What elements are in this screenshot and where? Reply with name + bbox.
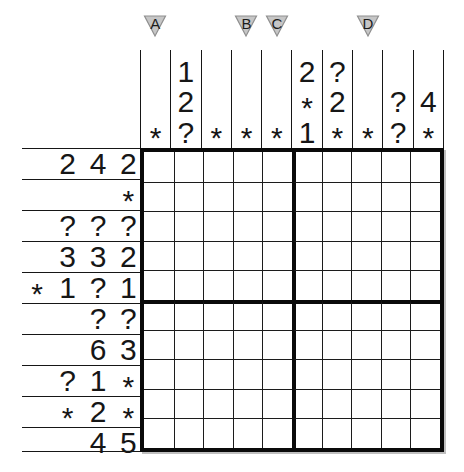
cell-r4c3[interactable] bbox=[203, 241, 233, 271]
cell-r7c10[interactable] bbox=[410, 330, 440, 360]
row-clue-r5-4: 1 bbox=[120, 273, 137, 303]
cell-r1c8[interactable] bbox=[351, 152, 381, 182]
cell-r4c4[interactable] bbox=[233, 241, 263, 271]
col-clue-c2-2: 2 bbox=[178, 87, 195, 117]
cell-r9c5[interactable] bbox=[262, 389, 292, 419]
row-clue-r1-1: 2 bbox=[59, 149, 76, 179]
cell-r10c8[interactable] bbox=[351, 418, 381, 448]
marker-C: C bbox=[265, 14, 289, 38]
row-clue-r8-1: ? bbox=[59, 366, 76, 396]
row-clue-r7-2: 3 bbox=[120, 335, 137, 365]
cell-r8c7[interactable] bbox=[322, 359, 352, 389]
col-clue-c2-3: ? bbox=[178, 118, 195, 148]
cell-r3c6[interactable] bbox=[292, 211, 322, 241]
cell-r8c6[interactable] bbox=[292, 359, 322, 389]
cell-r6c9[interactable] bbox=[381, 300, 411, 330]
cell-r5c1[interactable] bbox=[144, 270, 174, 300]
cell-r6c8[interactable] bbox=[351, 300, 381, 330]
cell-r7c5[interactable] bbox=[262, 330, 292, 360]
cell-r5c3[interactable] bbox=[203, 270, 233, 300]
col-clue-column-6: 2*1 bbox=[291, 50, 321, 148]
col-clue-c2-1: 1 bbox=[178, 57, 195, 87]
nonogram-puzzle: ABCD *12?***2*1?2**??4* 242*???332*1?1??… bbox=[0, 0, 464, 472]
cell-r9c6[interactable] bbox=[292, 389, 322, 419]
cell-r4c1[interactable] bbox=[144, 241, 174, 271]
cell-r1c9[interactable] bbox=[381, 152, 411, 182]
cell-r3c10[interactable] bbox=[410, 211, 440, 241]
marker-label: A bbox=[143, 15, 167, 32]
cell-r3c7[interactable] bbox=[322, 211, 352, 241]
row-clue-r9-1: * bbox=[62, 403, 74, 433]
marker-A: A bbox=[143, 14, 167, 38]
cell-r10c7[interactable] bbox=[322, 418, 352, 448]
row-clue-r9-2: 2 bbox=[90, 397, 107, 427]
row-clue-r8-2: 1 bbox=[90, 366, 107, 396]
cell-r9c7[interactable] bbox=[322, 389, 352, 419]
cell-r7c1[interactable] bbox=[144, 330, 174, 360]
cell-r6c4[interactable] bbox=[233, 300, 263, 330]
cell-r7c7[interactable] bbox=[322, 330, 352, 360]
cell-r4c5[interactable] bbox=[262, 241, 292, 271]
cell-r1c1[interactable] bbox=[144, 152, 174, 182]
row-clue-r5-2: 1 bbox=[59, 273, 76, 303]
row-clue-r1-2: 4 bbox=[90, 149, 107, 179]
col-clue-column-4: * bbox=[231, 50, 261, 148]
col-clue-c9-1: ? bbox=[390, 87, 407, 117]
cell-r6c10[interactable] bbox=[410, 300, 440, 330]
cell-r4c6[interactable] bbox=[292, 241, 322, 271]
cell-r6c1[interactable] bbox=[144, 300, 174, 330]
row-clues: 242*???332*1?1??63?1**2*45 bbox=[22, 148, 140, 452]
cell-r2c3[interactable] bbox=[203, 182, 233, 212]
cell-r3c2[interactable] bbox=[174, 211, 204, 241]
row-clue-r4-1: 3 bbox=[59, 242, 76, 272]
cell-r10c9[interactable] bbox=[381, 418, 411, 448]
col-clue-column-10: 4* bbox=[413, 50, 443, 148]
cell-r8c3[interactable] bbox=[203, 359, 233, 389]
cell-r7c8[interactable] bbox=[351, 330, 381, 360]
marker-label: B bbox=[234, 15, 258, 32]
cell-r5c6[interactable] bbox=[292, 270, 322, 300]
row-clue-r5-3: ? bbox=[90, 273, 107, 303]
cell-r1c6[interactable] bbox=[292, 152, 322, 182]
cell-r6c3[interactable] bbox=[203, 300, 233, 330]
row-clue-row-8: ?1* bbox=[22, 365, 144, 396]
cell-r7c2[interactable] bbox=[174, 330, 204, 360]
cell-r10c5[interactable] bbox=[262, 418, 292, 448]
cell-r10c4[interactable] bbox=[233, 418, 263, 448]
cell-r1c3[interactable] bbox=[203, 152, 233, 182]
cell-r8c4[interactable] bbox=[233, 359, 263, 389]
cell-r2c5[interactable] bbox=[262, 182, 292, 212]
col-clue-c6-1: 2 bbox=[299, 57, 316, 87]
cell-r7c6[interactable] bbox=[292, 330, 322, 360]
cell-r6c7[interactable] bbox=[322, 300, 352, 330]
cell-r2c9[interactable] bbox=[381, 182, 411, 212]
row-clue-row-5: *1?1 bbox=[22, 272, 144, 303]
cell-r1c5[interactable] bbox=[262, 152, 292, 182]
marker-B: B bbox=[234, 14, 258, 38]
col-clue-column-1: * bbox=[140, 50, 170, 148]
row-clue-r4-2: 3 bbox=[90, 242, 107, 272]
row-clue-r3-1: ? bbox=[59, 211, 76, 241]
cell-r5c9[interactable] bbox=[381, 270, 411, 300]
row-clue-row-7: 63 bbox=[22, 334, 144, 365]
cell-r1c2[interactable] bbox=[174, 152, 204, 182]
col-clue-c6-2: * bbox=[301, 93, 313, 123]
cell-r1c4[interactable] bbox=[233, 152, 263, 182]
col-clue-c7-1: ? bbox=[329, 57, 346, 87]
row-clue-row-9: *2* bbox=[22, 396, 144, 427]
row-clue-r7-1: 6 bbox=[90, 335, 107, 365]
cell-r4c8[interactable] bbox=[351, 241, 381, 271]
col-clue-column-8: * bbox=[352, 50, 382, 148]
cell-r5c10[interactable] bbox=[410, 270, 440, 300]
cell-r2c7[interactable] bbox=[322, 182, 352, 212]
cell-r3c4[interactable] bbox=[233, 211, 263, 241]
cell-r2c8[interactable] bbox=[351, 182, 381, 212]
cell-r10c1[interactable] bbox=[144, 418, 174, 448]
cell-r4c2[interactable] bbox=[174, 241, 204, 271]
cell-r10c6[interactable] bbox=[292, 418, 322, 448]
cell-r4c7[interactable] bbox=[322, 241, 352, 271]
col-clue-column-3: * bbox=[201, 50, 231, 148]
cell-r9c1[interactable] bbox=[144, 389, 174, 419]
cell-r5c5[interactable] bbox=[262, 270, 292, 300]
row-clue-r5-1: * bbox=[31, 279, 43, 309]
cell-r10c3[interactable] bbox=[203, 418, 233, 448]
col-clue-c10-1: 4 bbox=[420, 87, 437, 117]
cell-r3c9[interactable] bbox=[381, 211, 411, 241]
cell-r10c10[interactable] bbox=[410, 418, 440, 448]
row-clue-r6-1: ? bbox=[90, 304, 107, 334]
row-clue-r10-1: 4 bbox=[90, 428, 107, 458]
cell-r9c3[interactable] bbox=[203, 389, 233, 419]
row-clue-row-4: 332 bbox=[22, 241, 144, 272]
col-clue-column-7: ?2* bbox=[322, 50, 352, 148]
marker-D: D bbox=[356, 14, 380, 38]
row-clue-row-2: * bbox=[22, 179, 144, 210]
cell-r3c1[interactable] bbox=[144, 211, 174, 241]
board bbox=[140, 148, 444, 452]
cell-r8c9[interactable] bbox=[381, 359, 411, 389]
cell-r2c4[interactable] bbox=[233, 182, 263, 212]
cell-r8c8[interactable] bbox=[351, 359, 381, 389]
cell-r8c10[interactable] bbox=[410, 359, 440, 389]
cell-r8c5[interactable] bbox=[262, 359, 292, 389]
column-clues: *12?***2*1?2**??4* bbox=[140, 50, 444, 148]
cell-r8c1[interactable] bbox=[144, 359, 174, 389]
cell-r3c5[interactable] bbox=[262, 211, 292, 241]
cell-r6c5[interactable] bbox=[262, 300, 292, 330]
cell-r2c2[interactable] bbox=[174, 182, 204, 212]
cell-r2c1[interactable] bbox=[144, 182, 174, 212]
col-clue-column-2: 12? bbox=[170, 50, 200, 148]
cell-r9c9[interactable] bbox=[381, 389, 411, 419]
row-clue-row-1: 242 bbox=[22, 148, 144, 179]
col-clue-column-5: * bbox=[261, 50, 291, 148]
cell-r6c2[interactable] bbox=[174, 300, 204, 330]
cell-r9c2[interactable] bbox=[174, 389, 204, 419]
cell-r9c10[interactable] bbox=[410, 389, 440, 419]
cell-r5c7[interactable] bbox=[322, 270, 352, 300]
col-clue-c7-2: 2 bbox=[329, 87, 346, 117]
cell-r3c8[interactable] bbox=[351, 211, 381, 241]
cell-r1c7[interactable] bbox=[322, 152, 352, 182]
cell-r4c9[interactable] bbox=[381, 241, 411, 271]
row-clue-r8-3: * bbox=[123, 372, 135, 402]
cell-r3c3[interactable] bbox=[203, 211, 233, 241]
row-clue-r1-3: 2 bbox=[120, 149, 137, 179]
cell-r10c2[interactable] bbox=[174, 418, 204, 448]
row-clue-r4-3: 2 bbox=[120, 242, 137, 272]
cell-r7c3[interactable] bbox=[203, 330, 233, 360]
cell-r7c4[interactable] bbox=[233, 330, 263, 360]
cell-r5c8[interactable] bbox=[351, 270, 381, 300]
row-clue-r9-3: * bbox=[123, 403, 135, 433]
cell-r6c6[interactable] bbox=[292, 300, 322, 330]
row-clue-r2-1: * bbox=[123, 186, 135, 216]
cell-r2c6[interactable] bbox=[292, 182, 322, 212]
cell-r4c10[interactable] bbox=[410, 241, 440, 271]
cell-r5c2[interactable] bbox=[174, 270, 204, 300]
row-clue-r6-2: ? bbox=[120, 304, 137, 334]
marker-label: D bbox=[356, 15, 380, 32]
cell-r2c10[interactable] bbox=[410, 182, 440, 212]
col-clue-column-9: ?? bbox=[382, 50, 412, 148]
cell-r5c4[interactable] bbox=[233, 270, 263, 300]
cell-r9c4[interactable] bbox=[233, 389, 263, 419]
cell-r9c8[interactable] bbox=[351, 389, 381, 419]
col-clue-c9-2: ? bbox=[390, 118, 407, 148]
marker-label: C bbox=[265, 15, 289, 32]
cell-r7c9[interactable] bbox=[381, 330, 411, 360]
cell-r8c2[interactable] bbox=[174, 359, 204, 389]
cell-r1c10[interactable] bbox=[410, 152, 440, 182]
row-clue-r3-2: ? bbox=[90, 211, 107, 241]
